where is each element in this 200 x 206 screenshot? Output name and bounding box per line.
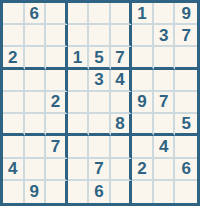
cell-r2c1[interactable] bbox=[3, 25, 25, 47]
cell-r6c3[interactable] bbox=[46, 114, 68, 136]
cell-r3c9[interactable] bbox=[175, 47, 197, 69]
cell-r4c8[interactable] bbox=[154, 70, 176, 92]
cell-r2c3[interactable] bbox=[46, 25, 68, 47]
cell-r4c7[interactable] bbox=[132, 70, 154, 92]
cell-r3c2[interactable] bbox=[25, 47, 47, 69]
cell-r5c9[interactable] bbox=[175, 92, 197, 114]
cell-r4c4[interactable] bbox=[68, 70, 90, 92]
cell-r1c9[interactable]: 9 bbox=[175, 3, 197, 25]
cell-r5c5[interactable] bbox=[89, 92, 111, 114]
cell-r1c4[interactable] bbox=[68, 3, 90, 25]
cell-r6c8[interactable] bbox=[154, 114, 176, 136]
cell-r4c2[interactable] bbox=[25, 70, 47, 92]
cell-r6c2[interactable] bbox=[25, 114, 47, 136]
cell-r2c2[interactable] bbox=[25, 25, 47, 47]
cell-r1c6[interactable] bbox=[111, 3, 133, 25]
cell-r7c6[interactable] bbox=[111, 136, 133, 158]
cell-r4c5[interactable]: 3 bbox=[89, 70, 111, 92]
cell-r7c7[interactable] bbox=[132, 136, 154, 158]
cell-r6c1[interactable] bbox=[3, 114, 25, 136]
sudoku-board: 619372157342978574472696 bbox=[0, 0, 200, 206]
cell-r6c7[interactable] bbox=[132, 114, 154, 136]
cell-r2c5[interactable] bbox=[89, 25, 111, 47]
cell-r7c4[interactable] bbox=[68, 136, 90, 158]
cell-r4c3[interactable] bbox=[46, 70, 68, 92]
cell-r9c7[interactable] bbox=[132, 181, 154, 203]
cell-r9c1[interactable] bbox=[3, 181, 25, 203]
cell-r5c2[interactable] bbox=[25, 92, 47, 114]
cell-r5c8[interactable]: 7 bbox=[154, 92, 176, 114]
cell-r6c4[interactable] bbox=[68, 114, 90, 136]
cell-r1c7[interactable]: 1 bbox=[132, 3, 154, 25]
cell-r9c2[interactable]: 9 bbox=[25, 181, 47, 203]
cell-r3c7[interactable] bbox=[132, 47, 154, 69]
cell-r5c4[interactable] bbox=[68, 92, 90, 114]
cell-r9c9[interactable] bbox=[175, 181, 197, 203]
cell-r1c8[interactable] bbox=[154, 3, 176, 25]
cell-r1c3[interactable] bbox=[46, 3, 68, 25]
cell-r3c8[interactable] bbox=[154, 47, 176, 69]
cell-r8c4[interactable] bbox=[68, 159, 90, 181]
cell-r5c7[interactable]: 9 bbox=[132, 92, 154, 114]
cell-r2c4[interactable] bbox=[68, 25, 90, 47]
cell-r4c6[interactable]: 4 bbox=[111, 70, 133, 92]
cell-r8c8[interactable] bbox=[154, 159, 176, 181]
cell-r9c3[interactable] bbox=[46, 181, 68, 203]
cell-r3c3[interactable] bbox=[46, 47, 68, 69]
cell-r3c1[interactable]: 2 bbox=[3, 47, 25, 69]
cell-r3c6[interactable]: 7 bbox=[111, 47, 133, 69]
cell-r4c1[interactable] bbox=[3, 70, 25, 92]
cell-r8c9[interactable]: 6 bbox=[175, 159, 197, 181]
cell-r8c3[interactable] bbox=[46, 159, 68, 181]
cell-r6c6[interactable]: 8 bbox=[111, 114, 133, 136]
cell-r1c2[interactable]: 6 bbox=[25, 3, 47, 25]
cell-r2c6[interactable] bbox=[111, 25, 133, 47]
cell-r1c5[interactable] bbox=[89, 3, 111, 25]
cell-r7c5[interactable] bbox=[89, 136, 111, 158]
cell-r3c4[interactable]: 1 bbox=[68, 47, 90, 69]
cell-r8c1[interactable]: 4 bbox=[3, 159, 25, 181]
cell-r8c5[interactable]: 7 bbox=[89, 159, 111, 181]
cell-r7c9[interactable] bbox=[175, 136, 197, 158]
cell-r8c6[interactable] bbox=[111, 159, 133, 181]
cell-r4c9[interactable] bbox=[175, 70, 197, 92]
cell-r3c5[interactable]: 5 bbox=[89, 47, 111, 69]
cell-r6c9[interactable]: 5 bbox=[175, 114, 197, 136]
cell-r1c1[interactable] bbox=[3, 3, 25, 25]
cell-r9c8[interactable] bbox=[154, 181, 176, 203]
cell-r7c1[interactable] bbox=[3, 136, 25, 158]
cell-r7c8[interactable]: 4 bbox=[154, 136, 176, 158]
cell-r9c5[interactable]: 6 bbox=[89, 181, 111, 203]
cell-r9c4[interactable] bbox=[68, 181, 90, 203]
cell-r5c6[interactable] bbox=[111, 92, 133, 114]
cell-r6c5[interactable] bbox=[89, 114, 111, 136]
cell-r2c9[interactable]: 7 bbox=[175, 25, 197, 47]
cell-r7c3[interactable]: 7 bbox=[46, 136, 68, 158]
cell-r2c7[interactable] bbox=[132, 25, 154, 47]
cell-r5c1[interactable] bbox=[3, 92, 25, 114]
cell-r7c2[interactable] bbox=[25, 136, 47, 158]
cell-r2c8[interactable]: 3 bbox=[154, 25, 176, 47]
cell-r8c2[interactable] bbox=[25, 159, 47, 181]
cell-r9c6[interactable] bbox=[111, 181, 133, 203]
cell-r8c7[interactable]: 2 bbox=[132, 159, 154, 181]
cell-r5c3[interactable]: 2 bbox=[46, 92, 68, 114]
